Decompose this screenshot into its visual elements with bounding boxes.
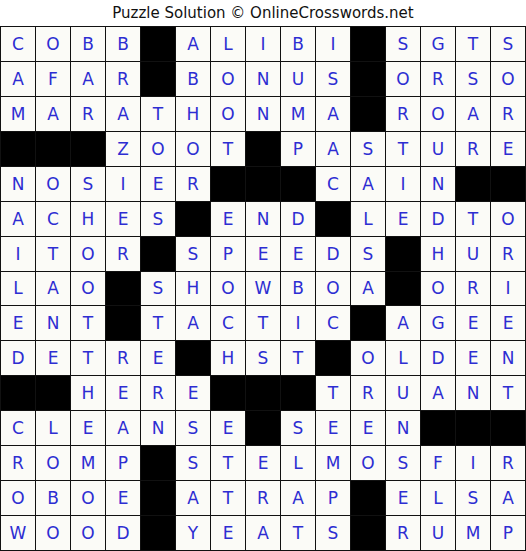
letter-cell: P [491, 516, 525, 550]
black-cell [351, 481, 385, 515]
letter-cell: H [211, 341, 245, 375]
letter-cell: B [36, 481, 70, 515]
letter-cell: R [106, 62, 140, 96]
letter-cell: A [421, 376, 455, 410]
letter-cell: U [421, 516, 455, 550]
letter-cell: L [211, 27, 245, 61]
letter-cell: L [351, 202, 385, 236]
letter-cell: L [36, 411, 70, 445]
letter-cell: S [456, 62, 490, 96]
letter-cell: A [386, 306, 420, 340]
letter-cell: O [176, 132, 210, 166]
black-cell [141, 446, 175, 480]
letter-cell: T [71, 341, 105, 375]
letter-cell: T [211, 481, 245, 515]
black-cell [351, 516, 385, 550]
letter-cell: R [491, 97, 525, 131]
crossword-grid: COBBALIBISGTSAFARBONUSORSOMARATHONMAROAR… [0, 26, 526, 551]
letter-cell: L [1, 272, 35, 306]
letter-cell: E [141, 341, 175, 375]
black-cell [386, 237, 420, 271]
letter-cell: O [141, 132, 175, 166]
letter-cell: S [351, 132, 385, 166]
letter-cell: I [386, 167, 420, 201]
letter-cell: A [351, 272, 385, 306]
letter-cell: O [71, 516, 105, 550]
letter-cell: O [71, 481, 105, 515]
letter-cell: U [386, 376, 420, 410]
letter-cell: A [456, 97, 490, 131]
black-cell [281, 376, 315, 410]
letter-cell: E [456, 341, 490, 375]
letter-cell: A [106, 411, 140, 445]
letter-cell: A [246, 516, 280, 550]
letter-cell: M [71, 446, 105, 480]
letter-cell: M [316, 446, 350, 480]
letter-cell: I [281, 306, 315, 340]
letter-cell: B [281, 27, 315, 61]
letter-cell: D [421, 341, 455, 375]
puzzle-solution-page: Puzzle Solution © OnlineCrosswords.net C… [0, 0, 526, 551]
letter-cell: O [36, 516, 70, 550]
letter-cell: H [71, 202, 105, 236]
letter-cell: H [421, 237, 455, 271]
letter-cell: N [141, 411, 175, 445]
letter-cell: S [491, 27, 525, 61]
black-cell [281, 167, 315, 201]
letter-cell: R [71, 97, 105, 131]
letter-cell: I [246, 27, 280, 61]
black-cell [246, 132, 280, 166]
letter-cell: O [351, 341, 385, 375]
letter-cell: R [491, 446, 525, 480]
black-cell [246, 167, 280, 201]
letter-cell: A [36, 272, 70, 306]
letter-cell: T [141, 306, 175, 340]
letter-cell: G [421, 27, 455, 61]
letter-cell: A [1, 202, 35, 236]
letter-cell: R [351, 376, 385, 410]
letter-cell: B [176, 62, 210, 96]
letter-cell: N [36, 306, 70, 340]
letter-cell: A [106, 97, 140, 131]
letter-cell: L [281, 446, 315, 480]
letter-cell: O [491, 202, 525, 236]
black-cell [141, 62, 175, 96]
letter-cell: S [386, 446, 420, 480]
letter-cell: F [421, 446, 455, 480]
letter-cell: H [71, 376, 105, 410]
letter-cell: P [106, 446, 140, 480]
black-cell [106, 272, 140, 306]
letter-cell: A [176, 481, 210, 515]
black-cell [456, 411, 490, 445]
letter-cell: E [106, 376, 140, 410]
letter-cell: Y [176, 516, 210, 550]
letter-cell: A [491, 481, 525, 515]
letter-cell: B [281, 272, 315, 306]
letter-cell: S [141, 202, 175, 236]
letter-cell: T [36, 237, 70, 271]
black-cell [421, 411, 455, 445]
letter-cell: T [281, 516, 315, 550]
black-cell [141, 237, 175, 271]
letter-cell: E [281, 237, 315, 271]
letter-cell: O [491, 62, 525, 96]
letter-cell: P [316, 481, 350, 515]
letter-cell: N [246, 202, 280, 236]
letter-cell: R [176, 167, 210, 201]
letter-cell: D [281, 202, 315, 236]
letter-cell: S [71, 167, 105, 201]
letter-cell: M [281, 97, 315, 131]
black-cell [316, 202, 350, 236]
letter-cell: I [491, 272, 525, 306]
black-cell [316, 341, 350, 375]
letter-cell: C [1, 411, 35, 445]
letter-cell: U [456, 237, 490, 271]
letter-cell: A [316, 97, 350, 131]
black-cell [36, 132, 70, 166]
black-cell [351, 97, 385, 131]
letter-cell: N [456, 376, 490, 410]
letter-cell: Z [106, 132, 140, 166]
letter-cell: S [316, 516, 350, 550]
black-cell [176, 202, 210, 236]
letter-cell: T [211, 132, 245, 166]
letter-cell: O [36, 27, 70, 61]
letter-cell: H [176, 272, 210, 306]
letter-cell: S [141, 272, 175, 306]
letter-cell: O [211, 272, 245, 306]
letter-cell: C [316, 306, 350, 340]
letter-cell: G [421, 306, 455, 340]
letter-cell: E [456, 306, 490, 340]
letter-cell: O [71, 237, 105, 271]
black-cell [456, 167, 490, 201]
black-cell [106, 306, 140, 340]
letter-cell: E [106, 481, 140, 515]
black-cell [176, 341, 210, 375]
letter-cell: U [281, 62, 315, 96]
letter-cell: E [106, 202, 140, 236]
letter-cell: O [211, 97, 245, 131]
letter-cell: T [71, 306, 105, 340]
letter-cell: O [386, 62, 420, 96]
letter-cell: T [141, 97, 175, 131]
letter-cell: T [456, 202, 490, 236]
letter-cell: E [491, 132, 525, 166]
letter-cell: A [36, 97, 70, 131]
letter-cell: R [386, 516, 420, 550]
letter-cell: O [421, 272, 455, 306]
black-cell [491, 411, 525, 445]
page-title: Puzzle Solution © OnlineCrosswords.net [0, 0, 526, 26]
letter-cell: N [491, 341, 525, 375]
letter-cell: U [421, 132, 455, 166]
letter-cell: A [281, 481, 315, 515]
letter-cell: I [316, 27, 350, 61]
letter-cell: F [36, 62, 70, 96]
letter-cell: E [211, 202, 245, 236]
letter-cell: A [316, 132, 350, 166]
letter-cell: E [36, 341, 70, 375]
letter-cell: A [176, 27, 210, 61]
letter-cell: O [211, 62, 245, 96]
letter-cell: R [141, 376, 175, 410]
letter-cell: C [316, 167, 350, 201]
black-cell [141, 516, 175, 550]
letter-cell: E [141, 167, 175, 201]
letter-cell: R [491, 237, 525, 271]
letter-cell: O [351, 446, 385, 480]
letter-cell: O [1, 481, 35, 515]
black-cell [351, 27, 385, 61]
letter-cell: H [176, 97, 210, 131]
letter-cell: I [106, 167, 140, 201]
letter-cell: A [176, 306, 210, 340]
black-cell [1, 132, 35, 166]
letter-cell: E [491, 306, 525, 340]
letter-cell: T [386, 132, 420, 166]
letter-cell: O [36, 167, 70, 201]
letter-cell: N [386, 411, 420, 445]
letter-cell: S [176, 446, 210, 480]
letter-cell: B [71, 27, 105, 61]
letter-cell: S [351, 237, 385, 271]
letter-cell: E [71, 411, 105, 445]
letter-cell: E [351, 411, 385, 445]
letter-cell: M [1, 97, 35, 131]
letter-cell: M [456, 516, 490, 550]
letter-cell: E [211, 411, 245, 445]
letter-cell: N [421, 167, 455, 201]
letter-cell: T [316, 376, 350, 410]
letter-cell: S [246, 341, 280, 375]
letter-cell: R [246, 481, 280, 515]
black-cell [211, 167, 245, 201]
black-cell [211, 376, 245, 410]
black-cell [246, 411, 280, 445]
letter-cell: T [246, 306, 280, 340]
letter-cell: B [106, 27, 140, 61]
letter-cell: R [386, 97, 420, 131]
letter-cell: E [246, 237, 280, 271]
black-cell [246, 376, 280, 410]
letter-cell: N [1, 167, 35, 201]
letter-cell: R [1, 446, 35, 480]
black-cell [36, 376, 70, 410]
letter-cell: R [421, 62, 455, 96]
letter-cell: T [281, 341, 315, 375]
letter-cell: T [211, 446, 245, 480]
letter-cell: W [1, 516, 35, 550]
letter-cell: C [211, 306, 245, 340]
letter-cell: S [456, 481, 490, 515]
letter-cell: S [316, 62, 350, 96]
letter-cell: E [316, 411, 350, 445]
letter-cell: L [386, 341, 420, 375]
black-cell [71, 132, 105, 166]
letter-cell: R [456, 272, 490, 306]
letter-cell: E [386, 481, 420, 515]
letter-cell: E [211, 516, 245, 550]
letter-cell: C [1, 27, 35, 61]
letter-cell: A [351, 167, 385, 201]
letter-cell: O [36, 446, 70, 480]
letter-cell: E [386, 202, 420, 236]
letter-cell: T [456, 27, 490, 61]
letter-cell: R [106, 341, 140, 375]
letter-cell: R [106, 237, 140, 271]
letter-cell: D [1, 341, 35, 375]
letter-cell: D [421, 202, 455, 236]
letter-cell: P [211, 237, 245, 271]
letter-cell: O [421, 97, 455, 131]
black-cell [351, 306, 385, 340]
letter-cell: N [246, 97, 280, 131]
letter-cell: E [246, 446, 280, 480]
letter-cell: E [176, 376, 210, 410]
letter-cell: D [106, 516, 140, 550]
letter-cell: A [1, 62, 35, 96]
letter-cell: W [246, 272, 280, 306]
letter-cell: C [36, 202, 70, 236]
letter-cell: I [456, 446, 490, 480]
letter-cell: O [316, 272, 350, 306]
letter-cell: R [456, 132, 490, 166]
letter-cell: A [71, 62, 105, 96]
letter-cell: I [1, 237, 35, 271]
letter-cell: S [281, 411, 315, 445]
letter-cell: L [421, 481, 455, 515]
letter-cell: S [386, 27, 420, 61]
black-cell [141, 27, 175, 61]
letter-cell: P [281, 132, 315, 166]
black-cell [386, 272, 420, 306]
letter-cell: S [176, 411, 210, 445]
letter-cell: E [1, 306, 35, 340]
letter-cell: T [491, 376, 525, 410]
black-cell [351, 62, 385, 96]
letter-cell: D [316, 237, 350, 271]
letter-cell: O [71, 272, 105, 306]
letter-cell: S [176, 237, 210, 271]
black-cell [1, 376, 35, 410]
black-cell [141, 481, 175, 515]
letter-cell: N [246, 62, 280, 96]
black-cell [491, 167, 525, 201]
